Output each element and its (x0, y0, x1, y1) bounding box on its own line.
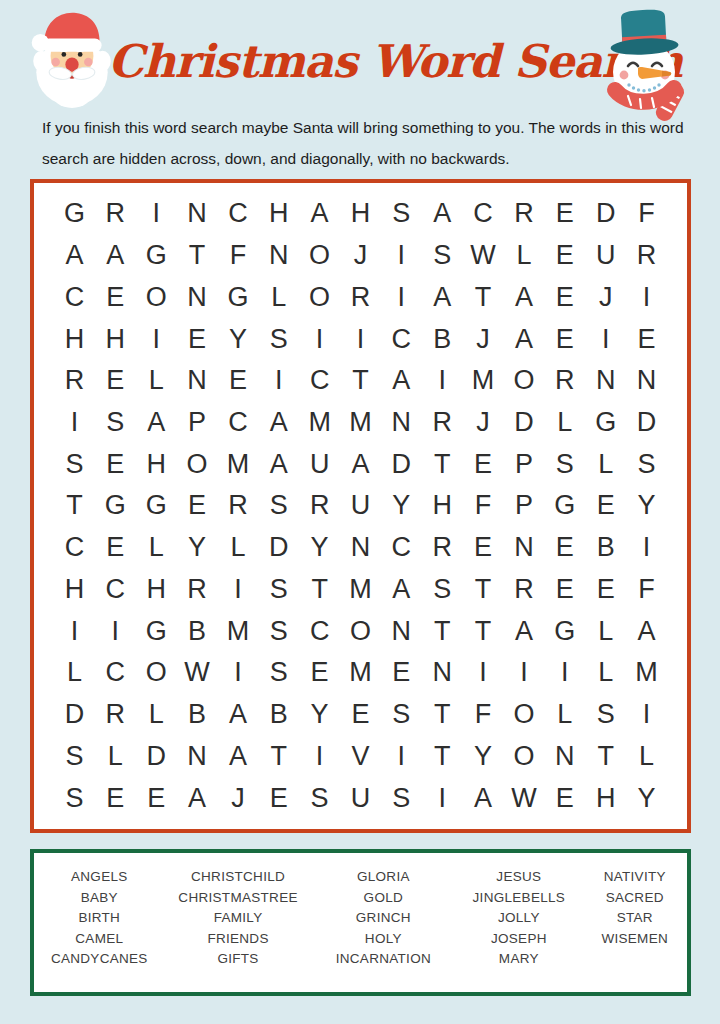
grid-cell-r1-c14: D (585, 193, 626, 235)
grid-cell-r3-c10: A (422, 276, 463, 318)
grid-cell-r2-c2: A (95, 235, 136, 277)
grid-cell-r5-c4: N (177, 360, 218, 402)
grid-cell-r3-c1: C (54, 276, 95, 318)
grid-cell-r2-c11: W (463, 235, 504, 277)
grid-cell-r8-c15: Y (626, 485, 667, 527)
grid-cell-r9-c3: L (136, 527, 177, 569)
word-item: GLORIA (312, 867, 456, 888)
grid-cell-r8-c12: P (504, 485, 545, 527)
word-list-box: ANGELSBABYBIRTHCAMELCANDYCANESCHRISTCHIL… (30, 849, 691, 996)
grid-cell-r14-c10: T (422, 736, 463, 778)
grid-cell-r7-c6: A (258, 443, 299, 485)
grid-cell-r11-c1: I (54, 610, 95, 652)
word-item: BABY (34, 888, 165, 909)
word-item: JOLLY (455, 908, 582, 929)
grid-cell-r11-c3: G (136, 610, 177, 652)
grid-cell-r7-c11: E (463, 443, 504, 485)
grid-cell-r12-c14: L (585, 652, 626, 694)
word-item: JOSEPH (455, 929, 582, 950)
grid-cell-r12-c2: C (95, 652, 136, 694)
grid-cell-r7-c5: M (217, 443, 258, 485)
word-item: JESUS (455, 867, 582, 888)
word-item: BIRTH (34, 908, 165, 929)
grid-cell-r10-c3: H (136, 569, 177, 611)
grid-cell-r1-c1: G (54, 193, 95, 235)
grid-cell-r15-c13: E (544, 777, 585, 819)
grid-cell-r4-c13: E (544, 318, 585, 360)
grid-cell-r1-c12: R (504, 193, 545, 235)
grid-cell-r5-c3: L (136, 360, 177, 402)
grid-cell-r11-c15: A (626, 610, 667, 652)
grid-cell-r5-c14: N (585, 360, 626, 402)
grid-cell-r4-c14: I (585, 318, 626, 360)
grid-cell-r1-c3: I (136, 193, 177, 235)
grid-cell-r7-c13: S (544, 443, 585, 485)
word-item: CHRISTMASTREE (165, 888, 312, 909)
grid-cell-r10-c10: S (422, 569, 463, 611)
grid-cell-r8-c2: G (95, 485, 136, 527)
word-item: CHRISTCHILD (165, 867, 312, 888)
grid-cell-r11-c14: L (585, 610, 626, 652)
grid-cell-r8-c5: R (217, 485, 258, 527)
grid-cell-r6-c9: N (381, 402, 422, 444)
grid-cell-r2-c13: E (544, 235, 585, 277)
grid-cell-r11-c11: T (463, 610, 504, 652)
grid-cell-r2-c5: F (217, 235, 258, 277)
grid-cell-r15-c12: W (504, 777, 545, 819)
grid-cell-r6-c8: M (340, 402, 381, 444)
grid-cell-r1-c11: C (463, 193, 504, 235)
grid-cell-r4-c3: I (136, 318, 177, 360)
grid-cell-r8-c7: R (299, 485, 340, 527)
word-item: STAR (583, 908, 687, 929)
grid-cell-r1-c2: R (95, 193, 136, 235)
grid-cell-r10-c7: T (299, 569, 340, 611)
grid-cell-r6-c14: G (585, 402, 626, 444)
grid-cell-r14-c7: I (299, 736, 340, 778)
grid-cell-r12-c6: S (258, 652, 299, 694)
word-item: GOLD (312, 888, 456, 909)
grid-cell-r14-c9: I (381, 736, 422, 778)
grid-cell-r9-c15: I (626, 527, 667, 569)
grid-cell-r3-c11: T (463, 276, 504, 318)
grid-cell-r11-c7: C (299, 610, 340, 652)
grid-cell-r12-c9: E (381, 652, 422, 694)
grid-cell-r6-c7: M (299, 402, 340, 444)
grid-cell-r12-c11: I (463, 652, 504, 694)
grid-cell-r14-c11: Y (463, 736, 504, 778)
grid-cell-r8-c8: U (340, 485, 381, 527)
grid-cell-r3-c15: I (626, 276, 667, 318)
grid-cell-r3-c6: L (258, 276, 299, 318)
grid-cell-r15-c8: U (340, 777, 381, 819)
grid-cell-r13-c12: O (504, 694, 545, 736)
grid-cell-r13-c14: S (585, 694, 626, 736)
grid-cell-r4-c1: H (54, 318, 95, 360)
grid-cell-r3-c14: J (585, 276, 626, 318)
grid-cell-r9-c10: R (422, 527, 463, 569)
grid-cell-r8-c1: T (54, 485, 95, 527)
grid-cell-r14-c15: L (626, 736, 667, 778)
grid-cell-r1-c9: S (381, 193, 422, 235)
grid-cell-r15-c11: A (463, 777, 504, 819)
grid-cell-r5-c10: I (422, 360, 463, 402)
grid-cell-r2-c14: U (585, 235, 626, 277)
grid-cell-r5-c1: R (54, 360, 95, 402)
grid-cell-r8-c9: Y (381, 485, 422, 527)
grid-cell-r7-c10: T (422, 443, 463, 485)
grid-cell-r13-c15: I (626, 694, 667, 736)
grid-cell-r9-c2: E (95, 527, 136, 569)
grid-cell-r4-c15: E (626, 318, 667, 360)
grid-cell-r10-c5: I (217, 569, 258, 611)
grid-cell-r2-c4: T (177, 235, 218, 277)
grid-cell-r4-c11: J (463, 318, 504, 360)
word-item: WISEMEN (583, 929, 687, 950)
grid-cell-r12-c12: I (504, 652, 545, 694)
grid-cell-r5-c6: I (258, 360, 299, 402)
letter-grid: GRINCHAHSACREDFAAGTFNOJISWLEURCEONGLORIA… (54, 193, 667, 819)
grid-cell-r6-c15: D (626, 402, 667, 444)
grid-cell-r2-c9: I (381, 235, 422, 277)
word-item: MARY (455, 949, 582, 970)
grid-cell-r14-c3: D (136, 736, 177, 778)
grid-cell-r12-c7: E (299, 652, 340, 694)
grid-cell-r14-c13: N (544, 736, 585, 778)
grid-cell-r13-c5: A (217, 694, 258, 736)
grid-cell-r11-c9: N (381, 610, 422, 652)
grid-cell-r6-c3: A (136, 402, 177, 444)
grid-cell-r3-c9: I (381, 276, 422, 318)
grid-cell-r2-c6: N (258, 235, 299, 277)
word-item: FRIENDS (165, 929, 312, 950)
grid-cell-r12-c15: M (626, 652, 667, 694)
grid-cell-r7-c12: P (504, 443, 545, 485)
word-item: ANGELS (34, 867, 165, 888)
grid-cell-r10-c12: R (504, 569, 545, 611)
grid-cell-r13-c3: L (136, 694, 177, 736)
word-item: GRINCH (312, 908, 456, 929)
grid-cell-r8-c6: S (258, 485, 299, 527)
grid-cell-r5-c7: C (299, 360, 340, 402)
grid-cell-r5-c5: E (217, 360, 258, 402)
word-item: CAMEL (34, 929, 165, 950)
grid-cell-r2-c15: R (626, 235, 667, 277)
grid-cell-r5-c15: N (626, 360, 667, 402)
word-list-column-3: GLORIAGOLDGRINCHHOLYINCARNATION (312, 867, 456, 970)
instructions: If you finish this word search maybe San… (42, 112, 692, 174)
grid-cell-r3-c5: G (217, 276, 258, 318)
grid-cell-r11-c13: G (544, 610, 585, 652)
grid-cell-r3-c4: N (177, 276, 218, 318)
grid-cell-r14-c6: T (258, 736, 299, 778)
grid-cell-r7-c9: D (381, 443, 422, 485)
grid-cell-r6-c12: D (504, 402, 545, 444)
word-list: ANGELSBABYBIRTHCAMELCANDYCANESCHRISTCHIL… (34, 867, 687, 970)
grid-cell-r3-c7: O (299, 276, 340, 318)
grid-cell-r3-c2: E (95, 276, 136, 318)
grid-cell-r11-c6: S (258, 610, 299, 652)
grid-cell-r1-c6: H (258, 193, 299, 235)
grid-cell-r13-c8: E (340, 694, 381, 736)
grid-cell-r3-c13: E (544, 276, 585, 318)
grid-cell-r9-c14: B (585, 527, 626, 569)
grid-cell-r13-c11: F (463, 694, 504, 736)
word-list-column-1: ANGELSBABYBIRTHCAMELCANDYCANES (34, 867, 165, 970)
grid-cell-r10-c13: E (544, 569, 585, 611)
grid-cell-r4-c9: C (381, 318, 422, 360)
grid-cell-r13-c2: R (95, 694, 136, 736)
grid-cell-r2-c3: G (136, 235, 177, 277)
grid-cell-r1-c10: A (422, 193, 463, 235)
grid-cell-r10-c9: A (381, 569, 422, 611)
grid-cell-r7-c7: U (299, 443, 340, 485)
word-list-column-5: NATIVITYSACREDSTARWISEMEN (583, 867, 687, 970)
grid-cell-r8-c11: F (463, 485, 504, 527)
grid-cell-r14-c14: T (585, 736, 626, 778)
grid-cell-r5-c2: E (95, 360, 136, 402)
grid-cell-r6-c1: I (54, 402, 95, 444)
grid-cell-r2-c7: O (299, 235, 340, 277)
grid-cell-r7-c8: A (340, 443, 381, 485)
grid-cell-r11-c12: A (504, 610, 545, 652)
word-item: NATIVITY (583, 867, 687, 888)
santa-icon (28, 8, 116, 110)
grid-cell-r15-c7: S (299, 777, 340, 819)
word-item: FAMILY (165, 908, 312, 929)
grid-cell-r7-c4: O (177, 443, 218, 485)
grid-cell-r15-c5: J (217, 777, 258, 819)
grid-cell-r15-c15: Y (626, 777, 667, 819)
grid-cell-r8-c4: E (177, 485, 218, 527)
grid-cell-r13-c10: T (422, 694, 463, 736)
word-item: INCARNATION (312, 949, 456, 970)
grid-cell-r12-c10: N (422, 652, 463, 694)
puzzle-grid-box: GRINCHAHSACREDFAAGTFNOJISWLEURCEONGLORIA… (30, 179, 691, 833)
grid-cell-r13-c9: S (381, 694, 422, 736)
grid-cell-r15-c4: A (177, 777, 218, 819)
grid-cell-r7-c3: H (136, 443, 177, 485)
grid-cell-r6-c4: P (177, 402, 218, 444)
grid-cell-r7-c14: L (585, 443, 626, 485)
grid-cell-r8-c3: G (136, 485, 177, 527)
grid-cell-r10-c11: T (463, 569, 504, 611)
grid-cell-r6-c5: C (217, 402, 258, 444)
grid-cell-r4-c5: Y (217, 318, 258, 360)
grid-cell-r13-c13: L (544, 694, 585, 736)
grid-cell-r9-c9: C (381, 527, 422, 569)
grid-cell-r8-c13: G (544, 485, 585, 527)
grid-cell-r9-c12: N (504, 527, 545, 569)
grid-cell-r11-c4: B (177, 610, 218, 652)
grid-cell-r12-c4: W (177, 652, 218, 694)
grid-cell-r4-c12: A (504, 318, 545, 360)
grid-cell-r11-c10: T (422, 610, 463, 652)
grid-cell-r15-c14: H (585, 777, 626, 819)
grid-cell-r10-c6: S (258, 569, 299, 611)
grid-cell-r5-c13: R (544, 360, 585, 402)
grid-cell-r14-c8: V (340, 736, 381, 778)
grid-cell-r15-c9: S (381, 777, 422, 819)
grid-cell-r5-c9: A (381, 360, 422, 402)
grid-cell-r4-c4: E (177, 318, 218, 360)
grid-cell-r12-c3: O (136, 652, 177, 694)
grid-cell-r9-c6: D (258, 527, 299, 569)
grid-cell-r15-c6: E (258, 777, 299, 819)
grid-cell-r5-c12: O (504, 360, 545, 402)
grid-cell-r9-c4: Y (177, 527, 218, 569)
grid-cell-r6-c2: S (95, 402, 136, 444)
grid-cell-r3-c3: O (136, 276, 177, 318)
grid-cell-r13-c1: D (54, 694, 95, 736)
grid-cell-r1-c13: E (544, 193, 585, 235)
grid-cell-r10-c15: F (626, 569, 667, 611)
grid-cell-r14-c5: A (217, 736, 258, 778)
grid-cell-r2-c8: J (340, 235, 381, 277)
grid-cell-r10-c4: R (177, 569, 218, 611)
grid-cell-r7-c15: S (626, 443, 667, 485)
grid-cell-r10-c14: E (585, 569, 626, 611)
page-title: Christmas Word Search (108, 30, 600, 94)
grid-cell-r2-c1: A (54, 235, 95, 277)
grid-cell-r12-c13: I (544, 652, 585, 694)
grid-cell-r1-c8: H (340, 193, 381, 235)
grid-cell-r9-c1: C (54, 527, 95, 569)
grid-cell-r4-c7: I (299, 318, 340, 360)
word-item: HOLY (312, 929, 456, 950)
grid-cell-r5-c8: T (340, 360, 381, 402)
grid-cell-r9-c13: E (544, 527, 585, 569)
grid-cell-r8-c10: H (422, 485, 463, 527)
grid-cell-r10-c8: M (340, 569, 381, 611)
grid-cell-r6-c11: J (463, 402, 504, 444)
grid-cell-r9-c7: Y (299, 527, 340, 569)
grid-cell-r2-c10: S (422, 235, 463, 277)
grid-cell-r15-c3: E (136, 777, 177, 819)
grid-cell-r14-c4: N (177, 736, 218, 778)
grid-cell-r15-c2: E (95, 777, 136, 819)
grid-cell-r13-c7: Y (299, 694, 340, 736)
grid-cell-r10-c1: H (54, 569, 95, 611)
grid-cell-r13-c6: B (258, 694, 299, 736)
word-item: GIFTS (165, 949, 312, 970)
grid-cell-r12-c5: I (217, 652, 258, 694)
grid-cell-r14-c1: S (54, 736, 95, 778)
grid-cell-r1-c7: A (299, 193, 340, 235)
grid-cell-r2-c12: L (504, 235, 545, 277)
grid-cell-r11-c8: O (340, 610, 381, 652)
grid-cell-r12-c1: L (54, 652, 95, 694)
word-item: CANDYCANES (34, 949, 165, 970)
grid-cell-r14-c12: O (504, 736, 545, 778)
grid-cell-r1-c4: N (177, 193, 218, 235)
grid-cell-r7-c1: S (54, 443, 95, 485)
grid-cell-r6-c10: R (422, 402, 463, 444)
grid-cell-r4-c2: H (95, 318, 136, 360)
grid-cell-r13-c4: B (177, 694, 218, 736)
grid-cell-r4-c10: B (422, 318, 463, 360)
grid-cell-r6-c6: A (258, 402, 299, 444)
grid-cell-r10-c2: C (95, 569, 136, 611)
grid-cell-r6-c13: L (544, 402, 585, 444)
grid-cell-r9-c5: L (217, 527, 258, 569)
word-item: JINGLEBELLS (455, 888, 582, 909)
word-item: SACRED (583, 888, 687, 909)
grid-cell-r15-c10: I (422, 777, 463, 819)
grid-cell-r7-c2: E (95, 443, 136, 485)
grid-cell-r5-c11: M (463, 360, 504, 402)
grid-cell-r4-c6: S (258, 318, 299, 360)
grid-cell-r3-c12: A (504, 276, 545, 318)
grid-cell-r1-c15: F (626, 193, 667, 235)
grid-cell-r4-c8: I (340, 318, 381, 360)
grid-cell-r3-c8: R (340, 276, 381, 318)
grid-cell-r9-c11: E (463, 527, 504, 569)
word-list-column-4: JESUSJINGLEBELLSJOLLYJOSEPHMARY (455, 867, 582, 970)
grid-cell-r14-c2: L (95, 736, 136, 778)
grid-cell-r12-c8: M (340, 652, 381, 694)
word-list-column-2: CHRISTCHILDCHRISTMASTREEFAMILYFRIENDSGIF… (165, 867, 312, 970)
grid-cell-r11-c2: I (95, 610, 136, 652)
grid-cell-r1-c5: C (217, 193, 258, 235)
grid-cell-r9-c8: N (340, 527, 381, 569)
grid-cell-r15-c1: S (54, 777, 95, 819)
grid-cell-r11-c5: M (217, 610, 258, 652)
grid-cell-r8-c14: E (585, 485, 626, 527)
